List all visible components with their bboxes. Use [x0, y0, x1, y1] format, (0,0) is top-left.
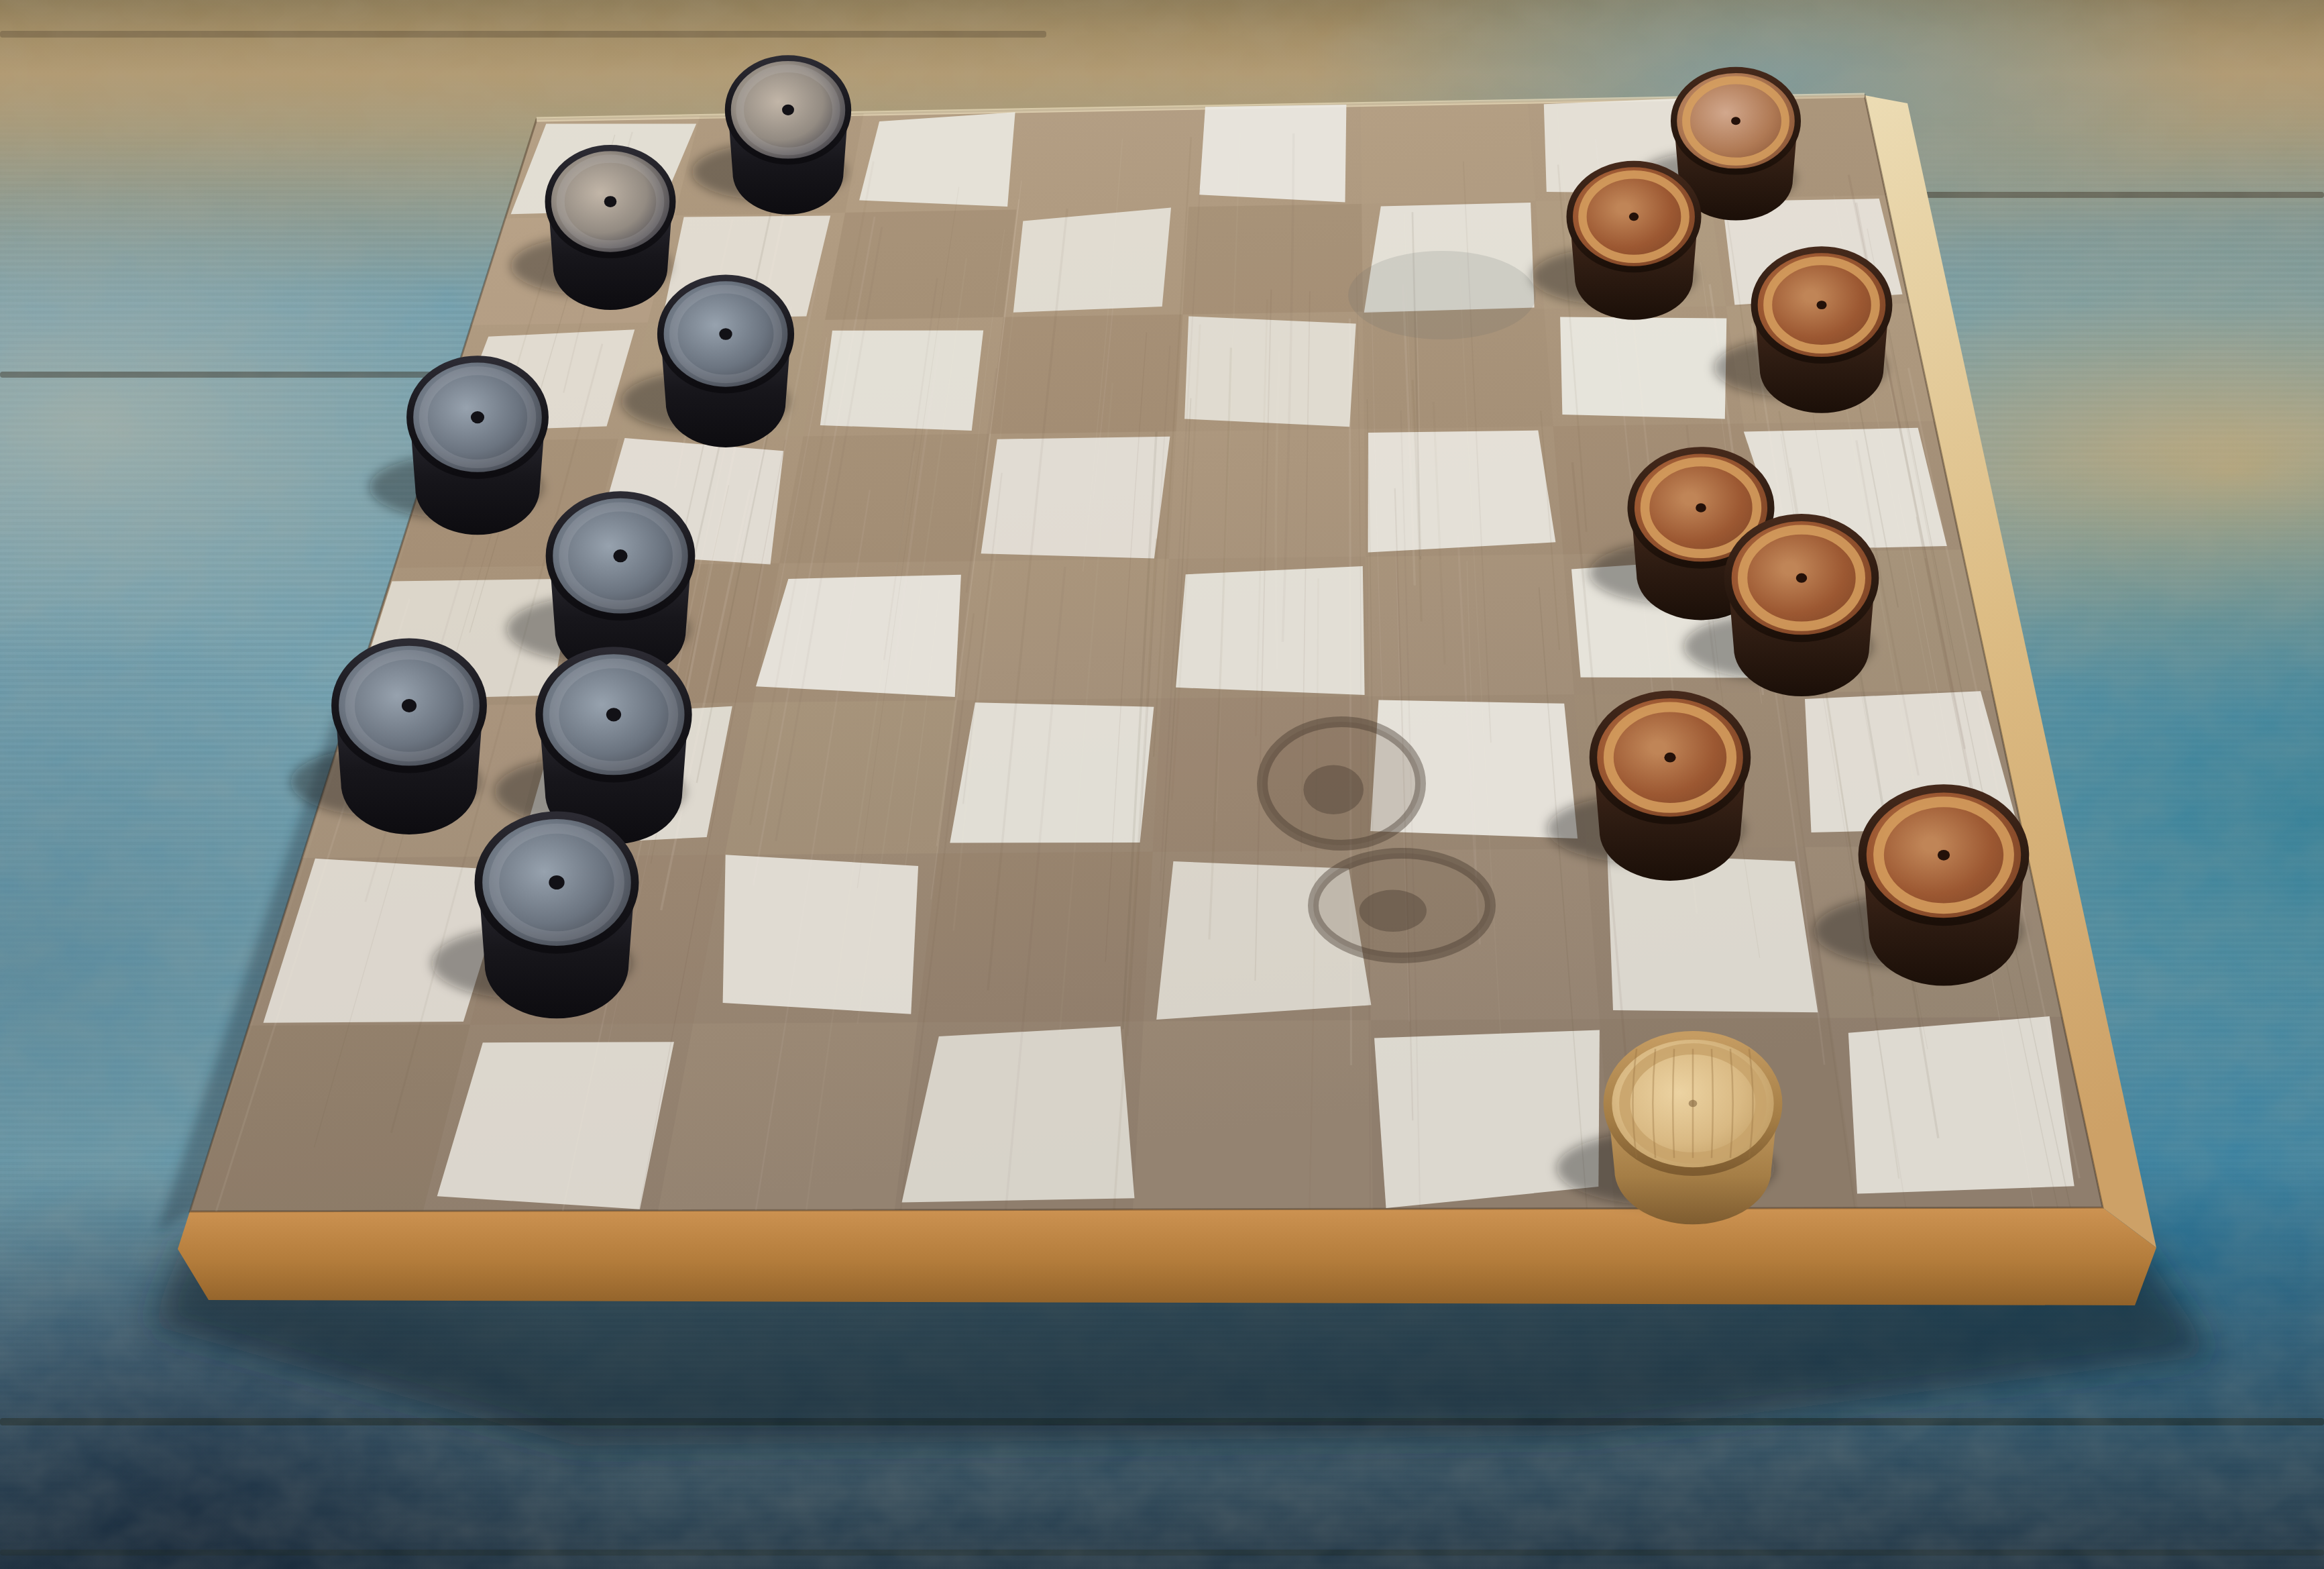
- board-front-edge-face: [178, 1207, 2156, 1305]
- square-r5c5-painted[interactable]: [1176, 566, 1365, 695]
- square-r4c4-painted[interactable]: [981, 437, 1170, 559]
- square-r1c5-painted[interactable]: [1199, 105, 1346, 203]
- square-r7c4-natural[interactable]: [918, 852, 1153, 1022]
- square-r8c8-painted[interactable]: [1848, 1016, 2074, 1194]
- wood-knot: [1313, 853, 1490, 958]
- square-r8c3-natural[interactable]: [658, 1022, 918, 1210]
- square-r6c4-painted[interactable]: [950, 702, 1154, 843]
- checkers-board-photo: [0, 0, 2324, 1569]
- square-r2c4-painted[interactable]: [1013, 208, 1171, 313]
- square-r7c7-painted[interactable]: [1607, 853, 1818, 1012]
- square-r3c4-natural[interactable]: [989, 315, 1183, 434]
- square-r8c4-painted[interactable]: [902, 1026, 1135, 1203]
- square-r1c4-natural[interactable]: [1017, 107, 1195, 209]
- square-r1c3-painted[interactable]: [859, 112, 1015, 207]
- paint-scuff: [1348, 251, 1536, 339]
- scene: [0, 0, 2324, 1569]
- square-r8c5-natural[interactable]: [1133, 1020, 1373, 1209]
- square-r3c7-painted[interactable]: [1560, 317, 1726, 419]
- square-r1c6-natural[interactable]: [1361, 101, 1536, 204]
- square-r7c3-painted[interactable]: [723, 855, 919, 1014]
- wood-knot: [1262, 722, 1421, 845]
- square-r2c5-natural[interactable]: [1182, 204, 1363, 315]
- square-r5c3-painted[interactable]: [756, 575, 961, 697]
